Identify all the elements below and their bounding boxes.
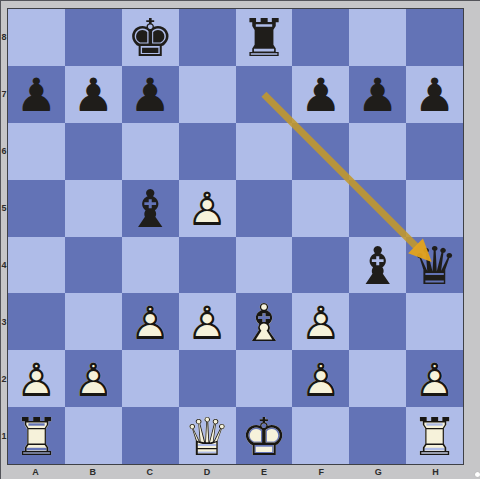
white-p-outline-glyph: ♙ <box>8 351 65 408</box>
rank-label-4: 4 <box>1 237 7 294</box>
file-label-f: F <box>293 465 350 479</box>
square-g8[interactable] <box>349 9 406 66</box>
square-c1[interactable] <box>122 407 179 464</box>
white-p-glyph: ♟ <box>179 294 236 351</box>
rank-labels: 87654321 <box>1 8 7 465</box>
file-label-h: H <box>407 465 464 479</box>
file-label-d: D <box>178 465 235 479</box>
white-p-glyph: ♟ <box>406 351 463 408</box>
file-label-g: G <box>350 465 407 479</box>
black-b-glyph: ♝ <box>349 238 406 295</box>
file-label-e: E <box>236 465 293 479</box>
white-k-glyph: ♚ <box>236 408 293 465</box>
white-p-glyph: ♟ <box>8 351 65 408</box>
rank-label-1: 1 <box>1 408 7 465</box>
piece-bp-a7[interactable]: ♟ <box>8 66 65 123</box>
square-e7[interactable] <box>236 66 293 123</box>
square-f6[interactable] <box>292 123 349 180</box>
square-h6[interactable] <box>406 123 463 180</box>
piece-wp-b2[interactable]: ♟♙ <box>65 350 122 407</box>
square-g1[interactable] <box>349 407 406 464</box>
piece-wp-a2[interactable]: ♟♙ <box>8 350 65 407</box>
square-g5[interactable] <box>349 180 406 237</box>
black-p-glyph: ♟ <box>122 67 179 124</box>
white-p-outline-glyph: ♙ <box>179 294 236 351</box>
rank-label-5: 5 <box>1 179 7 236</box>
square-f8[interactable] <box>292 9 349 66</box>
square-h8[interactable] <box>406 9 463 66</box>
square-e6[interactable] <box>236 123 293 180</box>
chess-board: ♚♜♟♟♟♟♟♟♝♟♙♝♛♟♙♟♙♝♗♟♙♟♙♟♙♟♙♟♙♜♖♛♕♚♔♜♖ <box>7 8 464 465</box>
square-a3[interactable] <box>8 293 65 350</box>
piece-wr-h1[interactable]: ♜♖ <box>406 407 463 464</box>
white-p-outline-glyph: ♙ <box>122 294 179 351</box>
square-f5[interactable] <box>292 180 349 237</box>
square-c2[interactable] <box>122 350 179 407</box>
black-p-glyph: ♟ <box>349 67 406 124</box>
file-label-c: C <box>121 465 178 479</box>
white-p-glyph: ♟ <box>292 351 349 408</box>
square-b5[interactable] <box>65 180 122 237</box>
square-a5[interactable] <box>8 180 65 237</box>
square-d4[interactable] <box>179 237 236 294</box>
black-p-glyph: ♟ <box>65 67 122 124</box>
square-d2[interactable] <box>179 350 236 407</box>
piece-wq-d1[interactable]: ♛♕ <box>179 407 236 464</box>
file-label-a: A <box>7 465 64 479</box>
piece-bp-g7[interactable]: ♟ <box>349 66 406 123</box>
file-labels: ABCDEFGH <box>7 465 464 479</box>
corner-dot <box>475 472 480 477</box>
square-d7[interactable] <box>179 66 236 123</box>
rank-label-3: 3 <box>1 294 7 351</box>
white-q-outline-glyph: ♕ <box>179 408 236 465</box>
square-a6[interactable] <box>8 123 65 180</box>
square-b6[interactable] <box>65 123 122 180</box>
square-b4[interactable] <box>65 237 122 294</box>
white-p-glyph: ♟ <box>122 294 179 351</box>
black-r-glyph: ♜ <box>236 10 293 67</box>
piece-wk-e1[interactable]: ♚♔ <box>236 407 293 464</box>
rank-label-8: 8 <box>1 8 7 65</box>
rank-label-2: 2 <box>1 351 7 408</box>
piece-bb-c5[interactable]: ♝ <box>122 180 179 237</box>
square-f1[interactable] <box>292 407 349 464</box>
white-b-glyph: ♝ <box>236 294 293 351</box>
square-a8[interactable] <box>8 9 65 66</box>
white-r-glyph: ♜ <box>8 408 65 465</box>
black-p-glyph: ♟ <box>292 67 349 124</box>
piece-br-e8[interactable]: ♜ <box>236 9 293 66</box>
square-h5[interactable] <box>406 180 463 237</box>
square-c4[interactable] <box>122 237 179 294</box>
piece-bq-h4[interactable]: ♛ <box>406 237 463 294</box>
square-b1[interactable] <box>65 407 122 464</box>
white-r-outline-glyph: ♖ <box>406 408 463 465</box>
white-p-glyph: ♟ <box>292 294 349 351</box>
square-e5[interactable] <box>236 180 293 237</box>
square-g6[interactable] <box>349 123 406 180</box>
white-p-outline-glyph: ♙ <box>292 351 349 408</box>
rank-label-7: 7 <box>1 65 7 122</box>
piece-wp-h2[interactable]: ♟♙ <box>406 350 463 407</box>
white-r-outline-glyph: ♖ <box>8 408 65 465</box>
white-q-glyph: ♛ <box>179 408 236 465</box>
black-p-glyph: ♟ <box>406 67 463 124</box>
piece-wb-e3[interactable]: ♝♗ <box>236 293 293 350</box>
square-a4[interactable] <box>8 237 65 294</box>
white-k-outline-glyph: ♔ <box>236 408 293 465</box>
piece-bb-g4[interactable]: ♝ <box>349 237 406 294</box>
white-p-outline-glyph: ♙ <box>179 181 236 238</box>
square-e4[interactable] <box>236 237 293 294</box>
piece-bp-c7[interactable]: ♟ <box>122 66 179 123</box>
white-p-glyph: ♟ <box>65 351 122 408</box>
square-e2[interactable] <box>236 350 293 407</box>
square-d6[interactable] <box>179 123 236 180</box>
piece-wp-d5[interactable]: ♟♙ <box>179 180 236 237</box>
white-p-outline-glyph: ♙ <box>406 351 463 408</box>
square-g2[interactable] <box>349 350 406 407</box>
black-q-glyph: ♛ <box>406 238 463 295</box>
piece-wp-c3[interactable]: ♟♙ <box>122 293 179 350</box>
piece-wr-a1[interactable]: ♜♖ <box>8 407 65 464</box>
square-c6[interactable] <box>122 123 179 180</box>
chess-app-window: 87654321 ♚♜♟♟♟♟♟♟♝♟♙♝♛♟♙♟♙♝♗♟♙♟♙♟♙♟♙♟♙♜♖… <box>0 0 480 479</box>
file-label-b: B <box>64 465 121 479</box>
white-p-outline-glyph: ♙ <box>292 294 349 351</box>
square-b8[interactable] <box>65 9 122 66</box>
piece-bp-f7[interactable]: ♟ <box>292 66 349 123</box>
white-b-outline-glyph: ♗ <box>236 294 293 351</box>
piece-wp-f2[interactable]: ♟♙ <box>292 350 349 407</box>
square-g3[interactable] <box>349 293 406 350</box>
piece-wp-f3[interactable]: ♟♙ <box>292 293 349 350</box>
square-d8[interactable] <box>179 9 236 66</box>
piece-bp-b7[interactable]: ♟ <box>65 66 122 123</box>
piece-bp-h7[interactable]: ♟ <box>406 66 463 123</box>
piece-bk-c8[interactable]: ♚ <box>122 9 179 66</box>
rank-label-6: 6 <box>1 122 7 179</box>
black-p-glyph: ♟ <box>8 67 65 124</box>
square-h3[interactable] <box>406 293 463 350</box>
piece-wp-d3[interactable]: ♟♙ <box>179 293 236 350</box>
square-f4[interactable] <box>292 237 349 294</box>
square-b3[interactable] <box>65 293 122 350</box>
black-k-glyph: ♚ <box>122 10 179 67</box>
white-r-glyph: ♜ <box>406 408 463 465</box>
black-b-glyph: ♝ <box>122 181 179 238</box>
white-p-outline-glyph: ♙ <box>65 351 122 408</box>
white-p-glyph: ♟ <box>179 181 236 238</box>
